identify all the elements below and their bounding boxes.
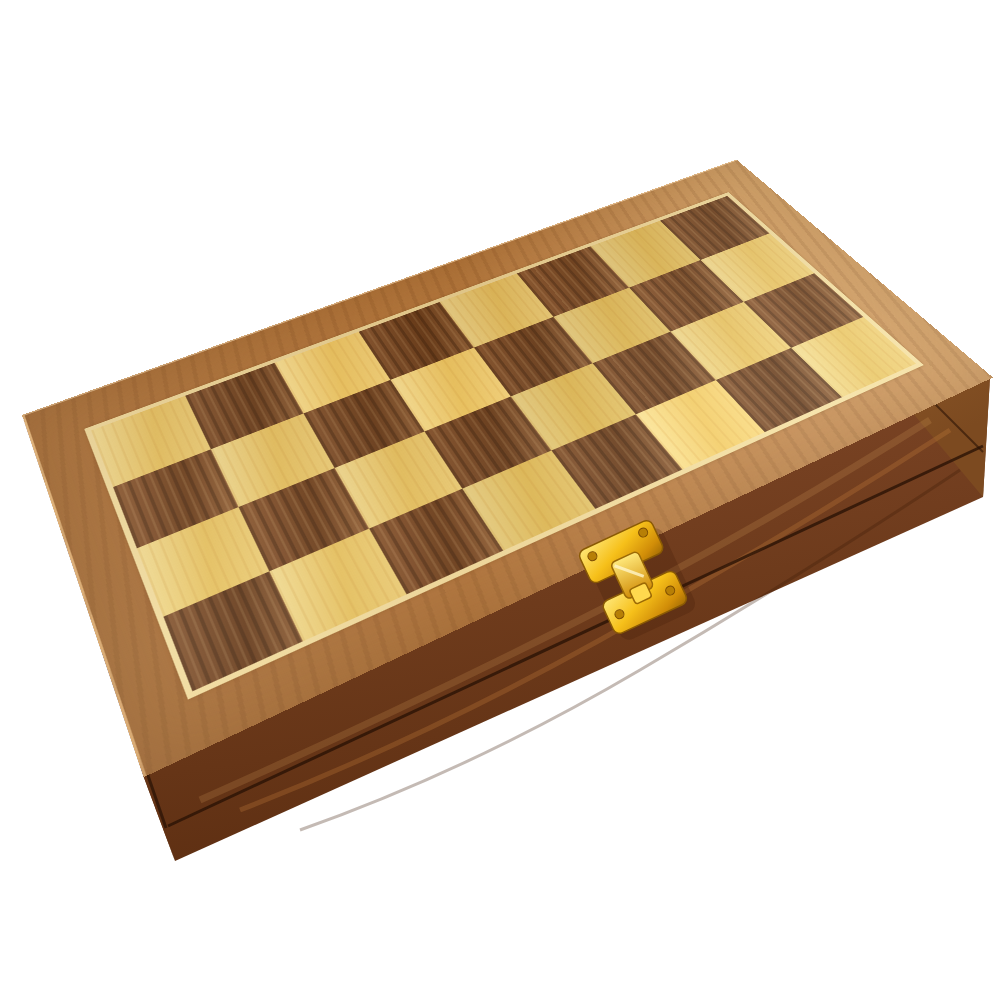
latch-layer (0, 0, 1000, 1000)
product-photo-chess-box (0, 0, 1000, 1000)
brass-latch (577, 516, 698, 645)
